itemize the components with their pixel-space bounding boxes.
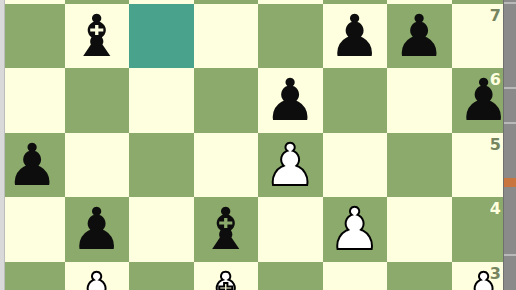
- square-c4[interactable]: [129, 197, 194, 262]
- square-c6[interactable]: [129, 68, 194, 133]
- rank-label-4: 4: [490, 199, 501, 218]
- square-d3[interactable]: ♝: [194, 262, 259, 290]
- piece-black-pawn-a5[interactable]: ♟: [0, 133, 65, 198]
- square-f3[interactable]: [323, 262, 388, 290]
- square-g7[interactable]: ♟: [387, 4, 452, 69]
- square-a5[interactable]: ♟: [0, 133, 65, 198]
- square-a7[interactable]: [0, 4, 65, 69]
- piece-black-pawn-g7[interactable]: ♟: [387, 4, 452, 69]
- square-e5[interactable]: ♟: [258, 133, 323, 198]
- square-a6[interactable]: [0, 68, 65, 133]
- vertical-scrollbar[interactable]: [503, 0, 516, 290]
- piece-black-pawn-f7[interactable]: ♟: [323, 4, 388, 69]
- square-f5[interactable]: [323, 133, 388, 198]
- scrollbar-tick: [504, 122, 516, 124]
- square-d5[interactable]: [194, 133, 259, 198]
- square-g4[interactable]: [387, 197, 452, 262]
- scrollbar-tick: [504, 87, 516, 89]
- piece-black-pawn-e6[interactable]: ♟: [258, 68, 323, 133]
- scrollbar-orange-marker: [504, 178, 516, 187]
- piece-white-pawn-e5[interactable]: ♟: [258, 133, 323, 198]
- square-a3[interactable]: [0, 262, 65, 290]
- square-c5[interactable]: [129, 133, 194, 198]
- square-f7[interactable]: ♟: [323, 4, 388, 69]
- chess-app-viewport: ♝♟♟7♟♟6♟♟5♟♝♟4♟♝♟3: [0, 0, 516, 290]
- square-b4[interactable]: ♟: [65, 197, 130, 262]
- square-c7[interactable]: [129, 4, 194, 69]
- square-e3[interactable]: [258, 262, 323, 290]
- square-d7[interactable]: [194, 4, 259, 69]
- square-d4[interactable]: ♝: [194, 197, 259, 262]
- square-e6[interactable]: ♟: [258, 68, 323, 133]
- piece-white-pawn-f4[interactable]: ♟: [323, 197, 388, 262]
- piece-black-bishop-d4[interactable]: ♝: [194, 197, 259, 262]
- square-b3[interactable]: ♟: [65, 262, 130, 290]
- piece-black-pawn-b4[interactable]: ♟: [65, 197, 130, 262]
- square-e7[interactable]: [258, 4, 323, 69]
- rank-label-7: 7: [490, 6, 501, 25]
- square-f6[interactable]: [323, 68, 388, 133]
- square-d6[interactable]: [194, 68, 259, 133]
- square-f4[interactable]: ♟: [323, 197, 388, 262]
- square-c3[interactable]: [129, 262, 194, 290]
- piece-white-bishop-d3[interactable]: ♝: [194, 262, 259, 290]
- left-edge-strip: [0, 0, 5, 290]
- scrollbar-tick: [504, 2, 516, 4]
- scrollbar-tick: [504, 254, 516, 256]
- square-b7[interactable]: ♝: [65, 4, 130, 69]
- rank-label-6: 6: [490, 70, 501, 89]
- square-g3[interactable]: [387, 262, 452, 290]
- square-b5[interactable]: [65, 133, 130, 198]
- chess-board: ♝♟♟7♟♟6♟♟5♟♝♟4♟♝♟3: [0, 0, 516, 290]
- square-g6[interactable]: [387, 68, 452, 133]
- rank-label-5: 5: [490, 135, 501, 154]
- piece-white-pawn-b3[interactable]: ♟: [65, 262, 130, 290]
- square-g5[interactable]: [387, 133, 452, 198]
- rank-label-3: 3: [490, 264, 501, 283]
- square-e4[interactable]: [258, 197, 323, 262]
- piece-black-bishop-b7[interactable]: ♝: [65, 4, 130, 69]
- square-b6[interactable]: [65, 68, 130, 133]
- square-a4[interactable]: [0, 197, 65, 262]
